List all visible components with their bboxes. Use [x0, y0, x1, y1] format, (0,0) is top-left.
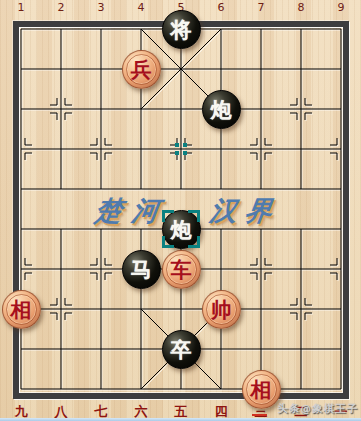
board-point-5-5: 炮	[161, 209, 201, 249]
board-point-4-1: 兵	[121, 49, 161, 89]
move-from-dots-icon	[175, 143, 179, 147]
xiangqi-board-screen: 123456789 楚河 汉界 将兵炮炮马车相帅卒相 九八七六五四三二一 头条@…	[0, 0, 361, 421]
board-point-6-2: 炮	[201, 89, 241, 129]
piece-red-车-5[interactable]: 车	[162, 250, 201, 289]
piece-black-将-0[interactable]: 将	[162, 10, 201, 49]
piece-black-马-4[interactable]: 马	[122, 250, 161, 289]
board-point-5-8: 卒	[161, 329, 201, 369]
file-underline-marker	[252, 414, 267, 416]
move-from-marker	[161, 129, 201, 169]
piece-red-兵-1[interactable]: 兵	[122, 50, 161, 89]
piece-black-炮-3[interactable]: 炮	[162, 210, 201, 249]
piece-black-炮-2[interactable]: 炮	[202, 90, 241, 129]
board-point-5-0: 将	[161, 9, 201, 49]
board[interactable]: 将兵炮炮马车相帅卒相	[1, 9, 361, 409]
board-point-1-7: 相	[1, 289, 41, 329]
board-point-7-9: 相	[241, 369, 281, 409]
piece-red-帅-7[interactable]: 帅	[202, 290, 241, 329]
piece-red-相-9[interactable]: 相	[242, 370, 281, 409]
piece-red-相-6[interactable]: 相	[2, 290, 41, 329]
board-point-5-6: 车	[161, 249, 201, 289]
board-point-6-7: 帅	[201, 289, 241, 329]
watermark: 头条@象棋王子	[278, 402, 359, 416]
board-point-4-6: 马	[121, 249, 161, 289]
piece-black-卒-8[interactable]: 卒	[162, 330, 201, 369]
